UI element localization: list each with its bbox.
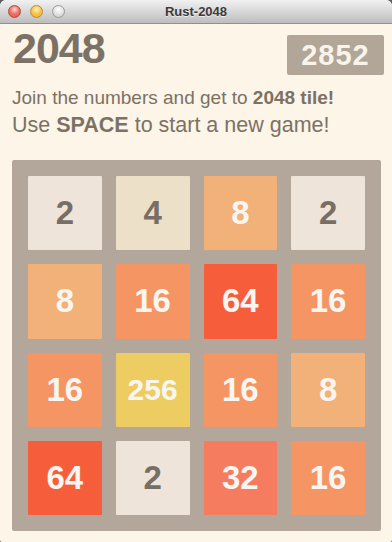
tile-r4c3: 32 — [204, 441, 278, 515]
page-title: 2048 — [13, 26, 105, 70]
game-board[interactable]: 24828166416162561686423216 — [12, 160, 381, 531]
window-title: Rust-2048 — [165, 4, 227, 19]
tile-r1c2: 4 — [116, 176, 190, 250]
window-controls — [8, 5, 65, 18]
instruction-2-bold: SPACE — [56, 113, 128, 137]
tile-r1c1: 2 — [28, 176, 102, 250]
tile-r2c4: 16 — [291, 264, 365, 338]
instructions: Join the numbers and get to 2048 tile! U… — [12, 84, 384, 140]
tile-r3c2: 256 — [116, 353, 190, 427]
app-window: Rust-2048 2048 2852 Join the numbers and… — [0, 0, 392, 542]
title-bar[interactable]: Rust-2048 — [0, 0, 392, 24]
tile-r2c2: 16 — [116, 264, 190, 338]
score-badge: 2852 — [287, 35, 384, 75]
tile-r1c3: 8 — [204, 176, 278, 250]
zoom-button[interactable] — [52, 5, 65, 18]
tile-r3c1: 16 — [28, 353, 102, 427]
instruction-line-2: Use SPACE to start a new game! — [12, 111, 384, 140]
minimize-button[interactable] — [30, 5, 43, 18]
tile-r3c4: 8 — [291, 353, 365, 427]
tile-r4c1: 64 — [28, 441, 102, 515]
instruction-line-1: Join the numbers and get to 2048 tile! — [12, 84, 384, 111]
tile-r1c4: 2 — [291, 176, 365, 250]
tile-r3c3: 16 — [204, 353, 278, 427]
tile-r4c4: 16 — [291, 441, 365, 515]
instruction-1-bold: 2048 tile! — [253, 87, 334, 108]
close-button[interactable] — [8, 5, 21, 18]
instruction-2-suffix: to start a new game! — [129, 113, 330, 137]
tile-r4c2: 2 — [116, 441, 190, 515]
instruction-2-text: Use — [12, 113, 56, 137]
tile-r2c1: 8 — [28, 264, 102, 338]
instruction-1-text: Join the numbers and get to — [12, 87, 253, 108]
tile-r2c3: 64 — [204, 264, 278, 338]
